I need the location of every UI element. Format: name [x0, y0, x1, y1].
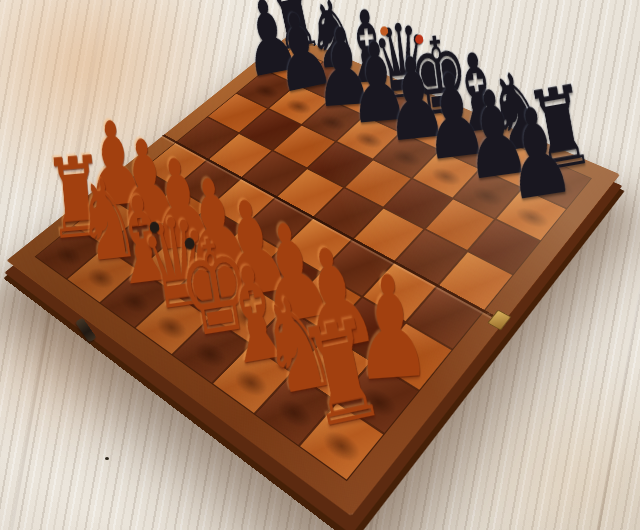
board-rotation-wrapper: ♜♞♝♛♚♝♞♜♟♟♟♟♟♟♟♟♟♟♟♟♟♟♟♟♜♞♝♛♚♝♞♜ [0, 0, 640, 530]
piece-black-pawn: ♟ [343, 29, 380, 141]
piece-black-pawn: ♟ [415, 60, 458, 178]
folding-chess-board: ♜♞♝♛♚♝♞♜♟♟♟♟♟♟♟♟♟♟♟♟♟♟♟♟♜♞♝♛♚♝♞♜ [7, 34, 620, 516]
photo-scene: ♜♞♝♛♚♝♞♜♟♟♟♟♟♟♟♟♟♟♟♟♟♟♟♟♜♞♝♛♚♝♞♜ [0, 0, 640, 530]
metal-clasp [75, 317, 97, 342]
queen-finial-dot [149, 221, 160, 233]
square-h1: ♜ [300, 404, 383, 480]
king-finial-dot [184, 237, 195, 250]
perspective-scene: ♜♞♝♛♚♝♞♜♟♟♟♟♟♟♟♟♟♟♟♟♟♟♟♟♜♞♝♛♚♝♞♜ [0, 0, 640, 530]
board-squares-grid: ♜♞♝♛♚♝♞♜♟♟♟♟♟♟♟♟♟♟♟♟♟♟♟♟♜♞♝♛♚♝♞♜ [35, 48, 592, 481]
